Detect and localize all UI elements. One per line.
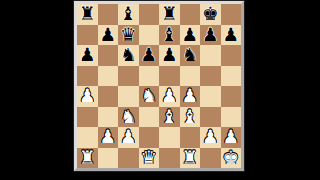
piece-white-pawn: ♟	[222, 128, 239, 147]
square-g8[interactable]: ♚	[200, 4, 221, 25]
square-f8[interactable]	[180, 4, 201, 25]
square-g7[interactable]: ♟	[200, 25, 221, 46]
square-b1[interactable]	[98, 148, 119, 169]
square-h3[interactable]	[221, 107, 242, 128]
square-f2[interactable]	[180, 127, 201, 148]
piece-black-rook: ♜	[161, 5, 178, 24]
square-h6[interactable]	[221, 45, 242, 66]
square-c7[interactable]: ♛	[118, 25, 139, 46]
square-c2[interactable]: ♟	[118, 127, 139, 148]
square-e5[interactable]	[159, 66, 180, 87]
piece-black-pawn: ♟	[222, 25, 239, 44]
square-a6[interactable]: ♟	[77, 45, 98, 66]
piece-black-rook: ♜	[79, 5, 96, 24]
square-f1[interactable]: ♜	[180, 148, 201, 169]
square-e3[interactable]: ♝	[159, 107, 180, 128]
square-a2[interactable]	[77, 127, 98, 148]
piece-white-pawn: ♟	[202, 128, 219, 147]
square-g4[interactable]	[200, 86, 221, 107]
square-g5[interactable]	[200, 66, 221, 87]
square-h2[interactable]: ♟	[221, 127, 242, 148]
square-b3[interactable]	[98, 107, 119, 128]
square-f5[interactable]	[180, 66, 201, 87]
square-d8[interactable]	[139, 4, 160, 25]
piece-white-pawn: ♟	[120, 128, 137, 147]
square-f3[interactable]: ♝	[180, 107, 201, 128]
piece-black-pawn: ♟	[161, 46, 178, 65]
piece-black-bishop: ♝	[120, 5, 137, 24]
square-b5[interactable]	[98, 66, 119, 87]
square-c8[interactable]: ♝	[118, 4, 139, 25]
square-b6[interactable]	[98, 45, 119, 66]
piece-black-bishop: ♝	[161, 25, 178, 44]
square-c5[interactable]	[118, 66, 139, 87]
square-c4[interactable]	[118, 86, 139, 107]
square-f4[interactable]: ♟	[180, 86, 201, 107]
square-b4[interactable]	[98, 86, 119, 107]
square-e6[interactable]: ♟	[159, 45, 180, 66]
square-h4[interactable]	[221, 86, 242, 107]
piece-white-rook: ♜	[79, 148, 96, 167]
piece-black-king: ♚	[202, 5, 219, 24]
square-c3[interactable]: ♞	[118, 107, 139, 128]
square-f7[interactable]: ♟	[180, 25, 201, 46]
piece-black-pawn: ♟	[181, 25, 198, 44]
piece-white-rook: ♜	[181, 148, 198, 167]
square-f6[interactable]: ♞	[180, 45, 201, 66]
square-d6[interactable]: ♟	[139, 45, 160, 66]
square-e7[interactable]: ♝	[159, 25, 180, 46]
square-e1[interactable]	[159, 148, 180, 169]
piece-white-pawn: ♟	[79, 87, 96, 106]
chess-board: ♜♝♜♚♟♛♝♟♟♟♟♞♟♟♞♟♞♟♟♞♝♝♟♟♟♟♜♛♜♚	[77, 4, 241, 168]
square-a5[interactable]	[77, 66, 98, 87]
square-b8[interactable]	[98, 4, 119, 25]
piece-black-pawn: ♟	[140, 46, 157, 65]
square-c6[interactable]: ♞	[118, 45, 139, 66]
piece-white-pawn: ♟	[181, 87, 198, 106]
piece-white-bishop: ♝	[161, 107, 178, 126]
square-e2[interactable]	[159, 127, 180, 148]
square-d2[interactable]	[139, 127, 160, 148]
square-d7[interactable]	[139, 25, 160, 46]
square-d1[interactable]: ♛	[139, 148, 160, 169]
square-g6[interactable]	[200, 45, 221, 66]
square-h8[interactable]	[221, 4, 242, 25]
piece-black-knight: ♞	[120, 46, 137, 65]
piece-white-pawn: ♟	[161, 87, 178, 106]
square-g3[interactable]	[200, 107, 221, 128]
piece-white-king: ♚	[222, 148, 239, 167]
piece-white-pawn: ♟	[99, 128, 116, 147]
square-e4[interactable]: ♟	[159, 86, 180, 107]
square-a1[interactable]: ♜	[77, 148, 98, 169]
chess-app-background: ♜♝♜♚♟♛♝♟♟♟♟♞♟♟♞♟♞♟♟♞♝♝♟♟♟♟♜♛♜♚	[0, 0, 320, 180]
square-d5[interactable]	[139, 66, 160, 87]
square-a8[interactable]: ♜	[77, 4, 98, 25]
piece-white-queen: ♛	[140, 148, 157, 167]
square-g1[interactable]	[200, 148, 221, 169]
piece-white-bishop: ♝	[181, 107, 198, 126]
square-c1[interactable]	[118, 148, 139, 169]
square-d4[interactable]: ♞	[139, 86, 160, 107]
square-a4[interactable]: ♟	[77, 86, 98, 107]
chess-board-frame: ♜♝♜♚♟♛♝♟♟♟♟♞♟♟♞♟♞♟♟♞♝♝♟♟♟♟♜♛♜♚	[74, 1, 244, 171]
square-d3[interactable]	[139, 107, 160, 128]
piece-black-pawn: ♟	[79, 46, 96, 65]
square-a7[interactable]	[77, 25, 98, 46]
piece-black-pawn: ♟	[99, 25, 116, 44]
square-h7[interactable]: ♟	[221, 25, 242, 46]
square-g2[interactable]: ♟	[200, 127, 221, 148]
piece-black-queen: ♛	[120, 25, 137, 44]
square-h1[interactable]: ♚	[221, 148, 242, 169]
piece-black-pawn: ♟	[202, 25, 219, 44]
piece-black-knight: ♞	[181, 46, 198, 65]
square-e8[interactable]: ♜	[159, 4, 180, 25]
square-b2[interactable]: ♟	[98, 127, 119, 148]
piece-white-knight: ♞	[140, 87, 157, 106]
square-b7[interactable]: ♟	[98, 25, 119, 46]
square-h5[interactable]	[221, 66, 242, 87]
square-a3[interactable]	[77, 107, 98, 128]
piece-white-knight: ♞	[120, 107, 137, 126]
